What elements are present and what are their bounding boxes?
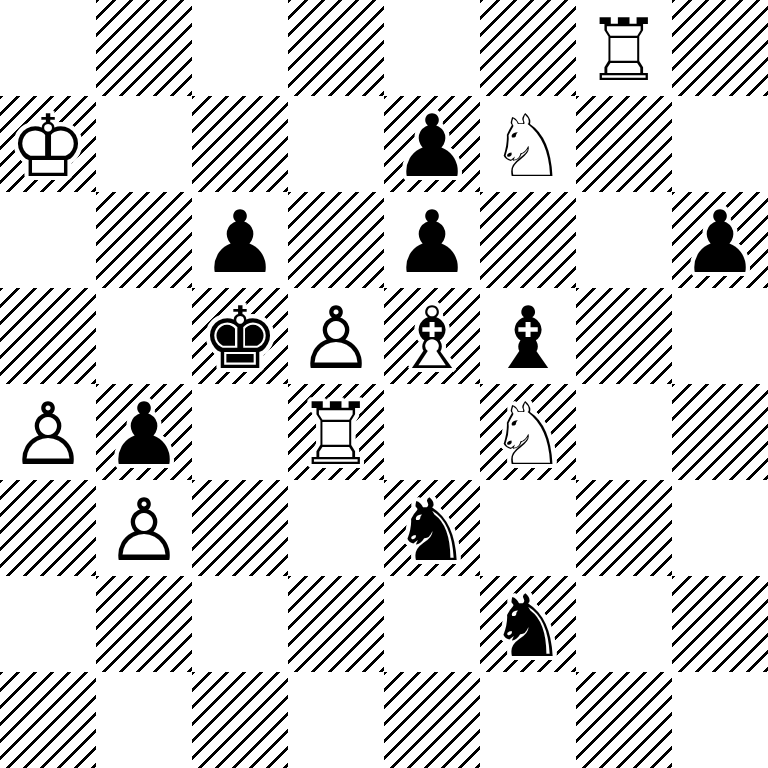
square-g2[interactable]	[576, 576, 672, 672]
square-g6[interactable]	[576, 192, 672, 288]
square-e2[interactable]	[384, 576, 480, 672]
square-b6[interactable]	[96, 192, 192, 288]
piece-glyph: ♟	[192, 192, 288, 288]
piece-glyph: ♟	[384, 192, 480, 288]
square-c4[interactable]	[192, 384, 288, 480]
white-king[interactable]: ♚♔	[0, 96, 96, 192]
square-b1[interactable]	[96, 672, 192, 768]
square-a2[interactable]	[0, 576, 96, 672]
black-pawn[interactable]: ♟	[384, 96, 480, 192]
square-g4[interactable]	[576, 384, 672, 480]
square-a4[interactable]: ♟♙	[0, 384, 96, 480]
square-e7[interactable]: ♟	[384, 96, 480, 192]
black-king[interactable]: ♚	[192, 288, 288, 384]
square-h5[interactable]	[672, 288, 768, 384]
white-knight[interactable]: ♞♘	[480, 96, 576, 192]
square-g5[interactable]	[576, 288, 672, 384]
square-b3[interactable]: ♟♙	[96, 480, 192, 576]
square-f5[interactable]: ♝	[480, 288, 576, 384]
piece-outline-layer: ♖	[288, 384, 384, 480]
white-pawn[interactable]: ♟♙	[96, 480, 192, 576]
square-e6[interactable]: ♟	[384, 192, 480, 288]
white-rook[interactable]: ♜♖	[576, 0, 672, 96]
square-d5[interactable]: ♟♙	[288, 288, 384, 384]
black-bishop[interactable]: ♝	[480, 288, 576, 384]
square-h3[interactable]	[672, 480, 768, 576]
piece-glyph: ♝	[480, 288, 576, 384]
square-a5[interactable]	[0, 288, 96, 384]
square-d1[interactable]	[288, 672, 384, 768]
square-e1[interactable]	[384, 672, 480, 768]
piece-glyph: ♞	[480, 576, 576, 672]
square-a3[interactable]	[0, 480, 96, 576]
piece-outline-layer: ♘	[480, 96, 576, 192]
square-e8[interactable]	[384, 0, 480, 96]
square-f1[interactable]	[480, 672, 576, 768]
square-d4[interactable]: ♜♖	[288, 384, 384, 480]
square-h1[interactable]	[672, 672, 768, 768]
square-f2[interactable]: ♞	[480, 576, 576, 672]
square-a7[interactable]: ♚♔	[0, 96, 96, 192]
piece-outline-layer: ♙	[0, 384, 96, 480]
white-pawn[interactable]: ♟♙	[0, 384, 96, 480]
square-g3[interactable]	[576, 480, 672, 576]
black-pawn[interactable]: ♟	[384, 192, 480, 288]
piece-glyph: ♟	[672, 192, 768, 288]
black-pawn[interactable]: ♟	[672, 192, 768, 288]
square-g8[interactable]: ♜♖	[576, 0, 672, 96]
square-f8[interactable]	[480, 0, 576, 96]
square-f3[interactable]	[480, 480, 576, 576]
piece-outline-layer: ♖	[576, 0, 672, 96]
chess-board: ♜♖♚♔♟♞♘♟♟♟♚♟♙♝♗♝♟♙♟♜♖♞♘♟♙♞♞	[0, 0, 768, 768]
square-c5[interactable]: ♚	[192, 288, 288, 384]
piece-outline-layer: ♙	[96, 480, 192, 576]
white-pawn[interactable]: ♟♙	[288, 288, 384, 384]
black-pawn[interactable]: ♟	[192, 192, 288, 288]
square-g7[interactable]	[576, 96, 672, 192]
piece-glyph: ♟	[384, 96, 480, 192]
square-d2[interactable]	[288, 576, 384, 672]
piece-outline-layer: ♔	[0, 96, 96, 192]
square-d7[interactable]	[288, 96, 384, 192]
square-b8[interactable]	[96, 0, 192, 96]
piece-glyph: ♚	[192, 288, 288, 384]
square-d3[interactable]	[288, 480, 384, 576]
black-knight[interactable]: ♞	[480, 576, 576, 672]
square-a8[interactable]	[0, 0, 96, 96]
square-e3[interactable]: ♞	[384, 480, 480, 576]
square-e4[interactable]	[384, 384, 480, 480]
piece-glyph: ♟	[96, 384, 192, 480]
square-c2[interactable]	[192, 576, 288, 672]
square-h4[interactable]	[672, 384, 768, 480]
square-g1[interactable]	[576, 672, 672, 768]
square-c1[interactable]	[192, 672, 288, 768]
square-a1[interactable]	[0, 672, 96, 768]
square-h8[interactable]	[672, 0, 768, 96]
square-d6[interactable]	[288, 192, 384, 288]
square-f6[interactable]	[480, 192, 576, 288]
square-e5[interactable]: ♝♗	[384, 288, 480, 384]
black-pawn[interactable]: ♟	[96, 384, 192, 480]
black-knight[interactable]: ♞	[384, 480, 480, 576]
square-b5[interactable]	[96, 288, 192, 384]
square-a6[interactable]	[0, 192, 96, 288]
piece-outline-layer: ♙	[288, 288, 384, 384]
square-c8[interactable]	[192, 0, 288, 96]
square-c3[interactable]	[192, 480, 288, 576]
square-b2[interactable]	[96, 576, 192, 672]
white-rook[interactable]: ♜♖	[288, 384, 384, 480]
piece-glyph: ♞	[384, 480, 480, 576]
square-h7[interactable]	[672, 96, 768, 192]
square-f4[interactable]: ♞♘	[480, 384, 576, 480]
white-bishop[interactable]: ♝♗	[384, 288, 480, 384]
piece-outline-layer: ♗	[384, 288, 480, 384]
square-b7[interactable]	[96, 96, 192, 192]
square-c7[interactable]	[192, 96, 288, 192]
square-d8[interactable]	[288, 0, 384, 96]
square-h2[interactable]	[672, 576, 768, 672]
square-f7[interactable]: ♞♘	[480, 96, 576, 192]
square-b4[interactable]: ♟	[96, 384, 192, 480]
piece-outline-layer: ♘	[480, 384, 576, 480]
square-h6[interactable]: ♟	[672, 192, 768, 288]
square-c6[interactable]: ♟	[192, 192, 288, 288]
white-knight[interactable]: ♞♘	[480, 384, 576, 480]
